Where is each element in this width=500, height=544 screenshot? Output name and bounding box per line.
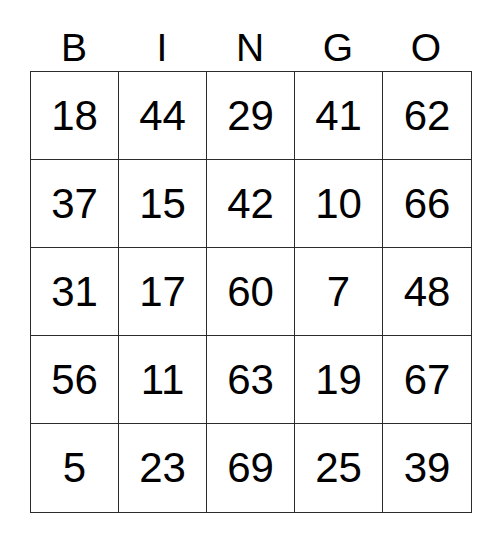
cell-r2c2[interactable]: 15 <box>119 160 207 248</box>
header-letter-b: B <box>30 0 118 71</box>
header-letter-o: O <box>382 0 470 71</box>
cell-r4c4[interactable]: 19 <box>295 336 383 424</box>
cell-r2c1[interactable]: 37 <box>31 160 119 248</box>
cell-r3c3[interactable]: 60 <box>207 248 295 336</box>
cell-r4c1[interactable]: 56 <box>31 336 119 424</box>
header-letter-g: G <box>294 0 382 71</box>
cell-r3c4[interactable]: 7 <box>295 248 383 336</box>
cell-r1c1[interactable]: 18 <box>31 72 119 160</box>
cell-r1c3[interactable]: 29 <box>207 72 295 160</box>
cell-r4c5[interactable]: 67 <box>383 336 471 424</box>
bingo-grid: 18 44 29 41 62 37 15 42 10 66 31 17 60 7… <box>30 71 472 513</box>
cell-r3c5[interactable]: 48 <box>383 248 471 336</box>
cell-r2c3[interactable]: 42 <box>207 160 295 248</box>
cell-r2c4[interactable]: 10 <box>295 160 383 248</box>
bingo-header: B I N G O <box>30 0 472 71</box>
header-letter-n: N <box>206 0 294 71</box>
cell-r1c5[interactable]: 62 <box>383 72 471 160</box>
cell-r5c3[interactable]: 69 <box>207 424 295 512</box>
cell-r2c5[interactable]: 66 <box>383 160 471 248</box>
cell-r4c2[interactable]: 11 <box>119 336 207 424</box>
cell-r3c1[interactable]: 31 <box>31 248 119 336</box>
cell-r5c5[interactable]: 39 <box>383 424 471 512</box>
cell-r3c2[interactable]: 17 <box>119 248 207 336</box>
cell-r5c4[interactable]: 25 <box>295 424 383 512</box>
cell-r1c2[interactable]: 44 <box>119 72 207 160</box>
header-letter-i: I <box>118 0 206 71</box>
cell-r4c3[interactable]: 63 <box>207 336 295 424</box>
cell-r5c2[interactable]: 23 <box>119 424 207 512</box>
cell-r1c4[interactable]: 41 <box>295 72 383 160</box>
cell-r5c1[interactable]: 5 <box>31 424 119 512</box>
bingo-card: B I N G O 18 44 29 41 62 37 15 42 10 66 … <box>30 0 472 513</box>
